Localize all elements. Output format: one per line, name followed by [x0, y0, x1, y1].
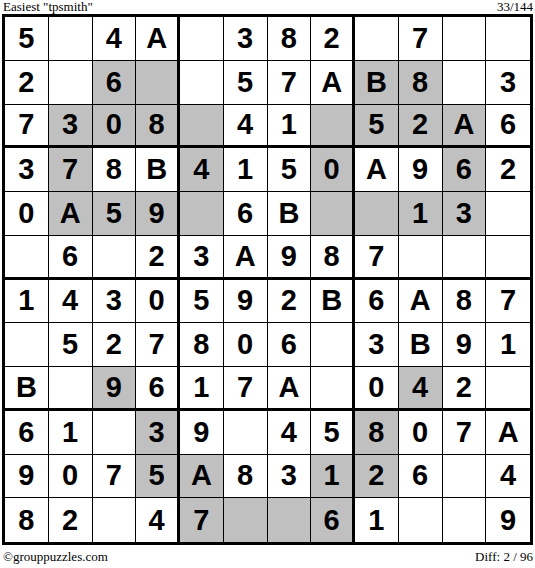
sudoku-cell[interactable]: A [486, 411, 530, 455]
sudoku-cell[interactable]: A [311, 61, 355, 105]
sudoku-cell[interactable]: 2 [311, 17, 355, 61]
sudoku-cell[interactable]: 3 [224, 17, 268, 61]
sudoku-cell[interactable] [443, 17, 487, 61]
sudoku-cell[interactable]: 4 [49, 280, 93, 324]
sudoku-cell[interactable]: 2 [486, 148, 530, 192]
sudoku-cell[interactable] [268, 498, 312, 542]
puzzle-title: Easiest "tpsmith" [3, 0, 93, 13]
sudoku-cell[interactable]: 1 [486, 323, 530, 367]
sudoku-cell[interactable]: 9 [224, 280, 268, 324]
sudoku-cell[interactable]: 9 [399, 148, 443, 192]
sudoku-cell[interactable]: 4 [224, 105, 268, 149]
sudoku-cell[interactable]: 5 [180, 280, 224, 324]
sudoku-cell[interactable]: 8 [355, 411, 399, 455]
header-bar: Easiest "tpsmith" 33/144 [3, 0, 533, 14]
sudoku-cell[interactable]: 6 [49, 236, 93, 280]
sudoku-cell[interactable] [93, 498, 137, 542]
sudoku-cell[interactable]: A [49, 192, 93, 236]
sudoku-cell[interactable]: 8 [224, 455, 268, 499]
sudoku-cell[interactable]: 5 [268, 148, 312, 192]
sudoku-cell[interactable]: 2 [5, 61, 49, 105]
sudoku-cell[interactable]: 3 [49, 105, 93, 149]
sudoku-cell[interactable]: A [443, 105, 487, 149]
sudoku-cell[interactable]: 0 [311, 148, 355, 192]
sudoku-cell[interactable] [311, 367, 355, 411]
sudoku-cell[interactable] [93, 236, 137, 280]
sudoku-cell[interactable]: 7 [486, 280, 530, 324]
sudoku-cell[interactable]: 8 [180, 323, 224, 367]
sudoku-cell[interactable]: 0 [5, 192, 49, 236]
sudoku-cell[interactable] [5, 236, 49, 280]
sudoku-cell[interactable]: 2 [399, 105, 443, 149]
sudoku-cell[interactable]: A [399, 280, 443, 324]
sudoku-cell[interactable]: 6 [311, 498, 355, 542]
sudoku-cell[interactable]: A [180, 455, 224, 499]
sudoku-cell[interactable]: 3 [268, 455, 312, 499]
sudoku-cell[interactable]: 6 [136, 367, 180, 411]
sudoku-cell[interactable] [180, 105, 224, 149]
sudoku-cell[interactable] [180, 61, 224, 105]
sudoku-cell[interactable]: 2 [49, 498, 93, 542]
sudoku-cell[interactable]: 4 [486, 455, 530, 499]
sudoku-cell[interactable] [136, 61, 180, 105]
sudoku-cell[interactable] [355, 192, 399, 236]
sudoku-cell[interactable] [443, 498, 487, 542]
sudoku-cell[interactable]: 7 [136, 323, 180, 367]
sudoku-cell[interactable] [399, 236, 443, 280]
sudoku-cell[interactable]: 6 [268, 323, 312, 367]
sudoku-cell[interactable]: 7 [355, 236, 399, 280]
sudoku-cell[interactable] [49, 61, 93, 105]
sudoku-cell[interactable]: 5 [93, 192, 137, 236]
sudoku-cell[interactable]: 3 [355, 323, 399, 367]
sudoku-cell[interactable]: 7 [93, 455, 137, 499]
sudoku-cell[interactable]: 7 [399, 17, 443, 61]
sudoku-grid: 54A38272657AB8373084152A6378B4150A9620A5… [2, 14, 533, 545]
sudoku-cell[interactable]: 3 [443, 192, 487, 236]
sudoku-cell[interactable]: 3 [180, 236, 224, 280]
sudoku-cell[interactable]: 5 [5, 17, 49, 61]
sudoku-cell[interactable]: 5 [224, 61, 268, 105]
sudoku-cell[interactable] [311, 323, 355, 367]
sudoku-cell[interactable]: 5 [136, 455, 180, 499]
sudoku-cell[interactable]: 6 [443, 148, 487, 192]
sudoku-cell[interactable]: 9 [93, 367, 137, 411]
sudoku-cell[interactable]: 6 [399, 455, 443, 499]
sudoku-cell[interactable]: 0 [399, 411, 443, 455]
sudoku-cell[interactable]: 7 [443, 411, 487, 455]
sudoku-cell[interactable] [486, 236, 530, 280]
sudoku-cell[interactable]: 7 [224, 367, 268, 411]
difficulty-text: Diff: 2 / 96 [475, 549, 533, 564]
sudoku-cell[interactable]: 9 [5, 455, 49, 499]
sudoku-cell[interactable]: 1 [355, 498, 399, 542]
sudoku-cell[interactable]: B [268, 192, 312, 236]
sudoku-cell[interactable]: 4 [180, 148, 224, 192]
sudoku-cell[interactable]: 7 [5, 105, 49, 149]
sudoku-cell[interactable]: 4 [399, 367, 443, 411]
sudoku-cell[interactable]: 3 [136, 411, 180, 455]
sudoku-cell[interactable] [5, 323, 49, 367]
sudoku-cell[interactable]: 1 [224, 148, 268, 192]
sudoku-cell[interactable] [486, 367, 530, 411]
sudoku-cell[interactable] [311, 192, 355, 236]
sudoku-cell[interactable]: 0 [49, 455, 93, 499]
sudoku-cell[interactable]: 7 [49, 148, 93, 192]
sudoku-cell[interactable] [224, 411, 268, 455]
sudoku-cell[interactable]: 2 [443, 367, 487, 411]
sudoku-cell[interactable]: 0 [355, 367, 399, 411]
sudoku-cell[interactable] [486, 192, 530, 236]
sudoku-cell[interactable]: 9 [268, 236, 312, 280]
sudoku-cell[interactable]: 6 [224, 192, 268, 236]
sudoku-cell[interactable]: 6 [486, 105, 530, 149]
puzzle-page: Easiest "tpsmith" 33/144 54A38272657AB83… [0, 0, 535, 568]
sudoku-cell[interactable] [443, 455, 487, 499]
sudoku-cell[interactable] [443, 236, 487, 280]
sudoku-cell[interactable]: 1 [311, 455, 355, 499]
sudoku-cell[interactable]: 9 [136, 192, 180, 236]
puzzle-counter: 33/144 [497, 0, 533, 13]
sudoku-cell[interactable]: 8 [443, 280, 487, 324]
sudoku-cell[interactable]: B [136, 148, 180, 192]
sudoku-cell[interactable]: 4 [93, 17, 137, 61]
sudoku-cell[interactable] [443, 61, 487, 105]
sudoku-cell[interactable]: A [355, 148, 399, 192]
sudoku-cell[interactable]: 8 [5, 498, 49, 542]
sudoku-cell[interactable] [93, 411, 137, 455]
footer-bar: ©grouppuzzles.com Diff: 2 / 96 [3, 549, 533, 564]
sudoku-cell[interactable]: B [5, 367, 49, 411]
sudoku-cell[interactable] [180, 192, 224, 236]
sudoku-cell[interactable]: 6 [5, 411, 49, 455]
sudoku-cell[interactable]: 7 [180, 498, 224, 542]
sudoku-cell[interactable]: 8 [311, 236, 355, 280]
sudoku-cell[interactable]: 8 [93, 148, 137, 192]
sudoku-cell[interactable]: B [311, 280, 355, 324]
sudoku-cell[interactable] [49, 367, 93, 411]
sudoku-cell[interactable]: 2 [268, 280, 312, 324]
sudoku-cell[interactable]: A [136, 17, 180, 61]
sudoku-cell[interactable] [224, 498, 268, 542]
sudoku-cell[interactable]: 5 [311, 411, 355, 455]
sudoku-cell[interactable] [355, 17, 399, 61]
sudoku-cell[interactable]: 2 [355, 455, 399, 499]
sudoku-cell[interactable]: 5 [49, 323, 93, 367]
sudoku-cell[interactable]: 3 [93, 280, 137, 324]
sudoku-cell[interactable]: B [355, 61, 399, 105]
sudoku-cell[interactable]: 0 [136, 280, 180, 324]
sudoku-cell[interactable]: 0 [224, 323, 268, 367]
sudoku-cell[interactable]: 1 [399, 192, 443, 236]
sudoku-cell[interactable]: 2 [136, 236, 180, 280]
sudoku-cell[interactable]: B [399, 323, 443, 367]
copyright-text: ©grouppuzzles.com [3, 549, 108, 564]
sudoku-cell[interactable]: 5 [355, 105, 399, 149]
sudoku-cell[interactable]: 9 [486, 498, 530, 542]
sudoku-cell[interactable]: 4 [136, 498, 180, 542]
sudoku-cell[interactable]: 0 [93, 105, 137, 149]
sudoku-cell[interactable]: 4 [268, 411, 312, 455]
sudoku-cell[interactable]: A [268, 367, 312, 411]
sudoku-cell[interactable] [399, 498, 443, 542]
sudoku-cell[interactable]: 9 [443, 323, 487, 367]
sudoku-cell[interactable] [311, 105, 355, 149]
sudoku-cell[interactable]: 1 [180, 367, 224, 411]
sudoku-cell[interactable]: A [224, 236, 268, 280]
sudoku-cell[interactable] [49, 17, 93, 61]
sudoku-cell[interactable] [486, 17, 530, 61]
sudoku-cell[interactable]: 9 [180, 411, 224, 455]
sudoku-cell[interactable]: 8 [399, 61, 443, 105]
sudoku-cell[interactable]: 6 [355, 280, 399, 324]
sudoku-cell[interactable]: 3 [5, 148, 49, 192]
sudoku-cell[interactable]: 6 [93, 61, 137, 105]
sudoku-cell[interactable]: 7 [268, 61, 312, 105]
sudoku-cell[interactable]: 3 [486, 61, 530, 105]
sudoku-cell[interactable] [180, 17, 224, 61]
sudoku-cell[interactable]: 1 [49, 411, 93, 455]
sudoku-cell[interactable]: 8 [268, 17, 312, 61]
sudoku-cell[interactable]: 1 [268, 105, 312, 149]
sudoku-cell[interactable]: 8 [136, 105, 180, 149]
sudoku-cell[interactable]: 1 [5, 280, 49, 324]
sudoku-cell[interactable]: 2 [93, 323, 137, 367]
